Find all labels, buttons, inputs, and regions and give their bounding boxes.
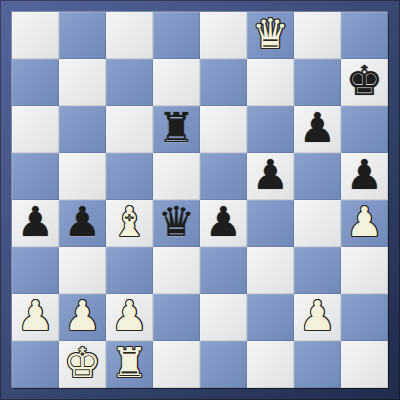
square-a7[interactable] [12,59,59,106]
piece-black-pawn-b4[interactable]: ♟ [64,199,101,246]
square-e6[interactable] [200,106,247,153]
square-h2[interactable] [341,294,388,341]
square-h4[interactable]: ♟ [341,200,388,247]
square-f1[interactable] [247,341,294,388]
square-h6[interactable] [341,106,388,153]
square-c6[interactable] [106,106,153,153]
square-c3[interactable] [106,247,153,294]
square-e1[interactable] [200,341,247,388]
square-a1[interactable] [12,341,59,388]
square-h3[interactable] [341,247,388,294]
piece-white-pawn-b2[interactable]: ♟ [64,293,101,340]
square-e7[interactable] [200,59,247,106]
square-g3[interactable] [294,247,341,294]
square-a2[interactable]: ♟ [12,294,59,341]
square-e8[interactable] [200,12,247,59]
square-e2[interactable] [200,294,247,341]
piece-white-pawn-h4[interactable]: ♟ [346,199,383,246]
square-g7[interactable] [294,59,341,106]
piece-white-rook-c1[interactable]: ♜ [111,340,148,387]
square-e5[interactable] [200,153,247,200]
square-c7[interactable] [106,59,153,106]
piece-black-pawn-f5[interactable]: ♟ [252,152,289,199]
square-b6[interactable] [59,106,106,153]
square-f6[interactable] [247,106,294,153]
square-b1[interactable]: ♚ [59,341,106,388]
square-g2[interactable]: ♟ [294,294,341,341]
piece-white-pawn-c2[interactable]: ♟ [111,293,148,340]
square-c8[interactable] [106,12,153,59]
square-e3[interactable] [200,247,247,294]
square-h5[interactable]: ♟ [341,153,388,200]
piece-black-rook-d6[interactable]: ♜ [158,105,195,152]
square-d7[interactable] [153,59,200,106]
square-b5[interactable] [59,153,106,200]
square-a4[interactable]: ♟ [12,200,59,247]
square-d1[interactable] [153,341,200,388]
square-f3[interactable] [247,247,294,294]
square-c4[interactable]: ♝ [106,200,153,247]
square-h1[interactable] [341,341,388,388]
piece-black-pawn-g6[interactable]: ♟ [299,105,336,152]
square-f8[interactable]: ♛ [247,12,294,59]
piece-white-king-b1[interactable]: ♚ [64,340,101,387]
square-d2[interactable] [153,294,200,341]
square-b2[interactable]: ♟ [59,294,106,341]
square-a6[interactable] [12,106,59,153]
square-h7[interactable]: ♚ [341,59,388,106]
piece-white-bishop-c4[interactable]: ♝ [111,199,148,246]
piece-black-pawn-a4[interactable]: ♟ [17,199,54,246]
square-g5[interactable] [294,153,341,200]
square-b3[interactable] [59,247,106,294]
square-f5[interactable]: ♟ [247,153,294,200]
piece-black-queen-d4[interactable]: ♛ [158,199,195,246]
piece-black-king-h7[interactable]: ♚ [346,58,383,105]
square-a3[interactable] [12,247,59,294]
square-d3[interactable] [153,247,200,294]
square-c5[interactable] [106,153,153,200]
square-f7[interactable] [247,59,294,106]
square-d6[interactable]: ♜ [153,106,200,153]
square-a8[interactable] [12,12,59,59]
square-a5[interactable] [12,153,59,200]
chess-board[interactable]: ♛♚♜♟♟♟♟♟♝♛♟♟♟♟♟♟♚♜ [12,12,388,388]
square-g6[interactable]: ♟ [294,106,341,153]
square-f2[interactable] [247,294,294,341]
square-f4[interactable] [247,200,294,247]
square-c2[interactable]: ♟ [106,294,153,341]
square-e4[interactable]: ♟ [200,200,247,247]
square-b4[interactable]: ♟ [59,200,106,247]
square-h8[interactable] [341,12,388,59]
board-frame: ♛♚♜♟♟♟♟♟♝♛♟♟♟♟♟♟♚♜ [0,0,400,400]
square-g8[interactable] [294,12,341,59]
square-g1[interactable] [294,341,341,388]
square-b8[interactable] [59,12,106,59]
piece-white-pawn-g2[interactable]: ♟ [299,293,336,340]
piece-black-pawn-e4[interactable]: ♟ [205,199,242,246]
square-c1[interactable]: ♜ [106,341,153,388]
square-d5[interactable] [153,153,200,200]
square-d8[interactable] [153,12,200,59]
square-b7[interactable] [59,59,106,106]
square-d4[interactable]: ♛ [153,200,200,247]
piece-black-pawn-h5[interactable]: ♟ [346,152,383,199]
piece-white-pawn-a2[interactable]: ♟ [17,293,54,340]
piece-white-queen-f8[interactable]: ♛ [252,11,289,58]
square-g4[interactable] [294,200,341,247]
